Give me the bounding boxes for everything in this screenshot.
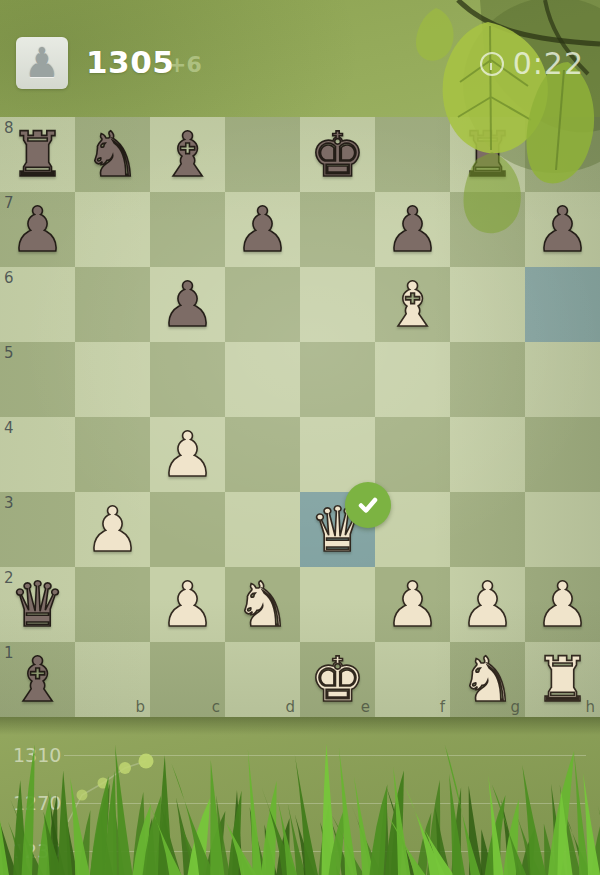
clock-time: 0:22 <box>513 46 584 81</box>
board-square-d5[interactable] <box>225 342 300 417</box>
board-square-d2[interactable]: ♞ <box>225 567 300 642</box>
board-square-d4[interactable] <box>225 417 300 492</box>
board-square-b4[interactable] <box>75 417 150 492</box>
rank-label-6: 6 <box>4 269 14 287</box>
board-square-g3[interactable] <box>450 492 525 567</box>
board-square-c8[interactable]: ♝ <box>150 117 225 192</box>
player-rating: 1305 <box>86 44 174 80</box>
board-square-c2[interactable]: ♟ <box>150 567 225 642</box>
piece-black-king[interactable]: ♚ <box>300 117 375 192</box>
rank-label-7: 7 <box>4 194 14 212</box>
board-square-g5[interactable] <box>450 342 525 417</box>
board-square-h2[interactable]: ♟ <box>525 567 600 642</box>
rating-point <box>77 790 88 801</box>
board-square-h7[interactable]: ♟ <box>525 192 600 267</box>
player-avatar[interactable]: ♟ <box>16 37 68 89</box>
piece-white-bishop[interactable]: ♝ <box>375 267 450 342</box>
piece-white-pawn[interactable]: ♟ <box>525 567 600 642</box>
board-square-a4[interactable]: 4 <box>0 417 75 492</box>
piece-black-pawn[interactable]: ♟ <box>150 267 225 342</box>
piece-white-pawn[interactable]: ♟ <box>150 417 225 492</box>
board-square-f6[interactable]: ♝ <box>375 267 450 342</box>
board-square-g2[interactable]: ♟ <box>450 567 525 642</box>
rank-label-1: 1 <box>4 644 14 662</box>
board-square-g4[interactable] <box>450 417 525 492</box>
board-square-f7[interactable]: ♟ <box>375 192 450 267</box>
board-square-a7[interactable]: 7♟ <box>0 192 75 267</box>
piece-black-knight[interactable]: ♞ <box>75 117 150 192</box>
file-label-d: d <box>285 698 295 716</box>
piece-black-rook[interactable]: ♜ <box>450 117 525 192</box>
rating-graph: 1310 1270 1230 <box>0 717 600 875</box>
chess-app-screen: 1310 1270 1230 8♜♞♝♚♜7♟♟♟♟6♟♝54♟3♟♛2♛♟♞♟… <box>0 0 600 875</box>
board-square-f5[interactable] <box>375 342 450 417</box>
top-bar: ♟ 1305 +6 0:22 <box>0 0 600 117</box>
board-square-b2[interactable] <box>75 567 150 642</box>
board-square-d1[interactable]: d <box>225 642 300 717</box>
board-square-f8[interactable] <box>375 117 450 192</box>
rating-trend-line <box>0 717 600 875</box>
rank-label-3: 3 <box>4 494 14 512</box>
board-square-f1[interactable]: f <box>375 642 450 717</box>
board-square-e2[interactable] <box>300 567 375 642</box>
piece-white-pawn[interactable]: ♟ <box>450 567 525 642</box>
board-square-e4[interactable] <box>300 417 375 492</box>
board-square-b3[interactable]: ♟ <box>75 492 150 567</box>
board-square-c7[interactable] <box>150 192 225 267</box>
board-square-a5[interactable]: 5 <box>0 342 75 417</box>
file-label-g: g <box>510 698 520 716</box>
rank-label-8: 8 <box>4 119 14 137</box>
checkmark-icon <box>355 492 381 518</box>
board-square-g7[interactable] <box>450 192 525 267</box>
piece-white-knight[interactable]: ♞ <box>225 567 300 642</box>
board-square-g1[interactable]: g♞ <box>450 642 525 717</box>
board-square-d8[interactable] <box>225 117 300 192</box>
board-square-b7[interactable] <box>75 192 150 267</box>
board-square-e5[interactable] <box>300 342 375 417</box>
board-square-g6[interactable] <box>450 267 525 342</box>
pawn-avatar-icon: ♟ <box>24 43 60 83</box>
board-square-g8[interactable]: ♜ <box>450 117 525 192</box>
board-square-a8[interactable]: 8♜ <box>0 117 75 192</box>
file-label-e: e <box>361 698 370 716</box>
board-square-b5[interactable] <box>75 342 150 417</box>
piece-black-pawn[interactable]: ♟ <box>525 192 600 267</box>
rating-point <box>139 754 154 769</box>
piece-black-pawn[interactable]: ♟ <box>375 192 450 267</box>
board-square-d7[interactable]: ♟ <box>225 192 300 267</box>
rating-delta: +6 <box>168 52 202 77</box>
piece-white-pawn[interactable]: ♟ <box>375 567 450 642</box>
move-confirmed-badge <box>345 482 391 528</box>
board-square-b1[interactable]: b <box>75 642 150 717</box>
rating-point <box>98 778 109 789</box>
board-square-a6[interactable]: 6 <box>0 267 75 342</box>
board-square-b8[interactable]: ♞ <box>75 117 150 192</box>
board-square-h3[interactable] <box>525 492 600 567</box>
board-square-c1[interactable]: c <box>150 642 225 717</box>
board-square-e6[interactable] <box>300 267 375 342</box>
board-square-d3[interactable] <box>225 492 300 567</box>
board-square-e8[interactable]: ♚ <box>300 117 375 192</box>
piece-white-pawn[interactable]: ♟ <box>150 567 225 642</box>
board-square-h8[interactable] <box>525 117 600 192</box>
board-square-h6[interactable] <box>525 267 600 342</box>
rank-label-4: 4 <box>4 419 14 437</box>
board-square-e1[interactable]: e♚ <box>300 642 375 717</box>
piece-black-pawn[interactable]: ♟ <box>225 192 300 267</box>
file-label-b: b <box>135 698 145 716</box>
board-square-a2[interactable]: 2♛ <box>0 567 75 642</box>
board-square-c4[interactable]: ♟ <box>150 417 225 492</box>
board-square-c6[interactable]: ♟ <box>150 267 225 342</box>
chess-board[interactable]: 8♜♞♝♚♜7♟♟♟♟6♟♝54♟3♟♛2♛♟♞♟♟♟1♝bcde♚fg♞h♜ <box>0 117 600 717</box>
board-square-a3[interactable]: 3 <box>0 492 75 567</box>
file-label-f: f <box>440 698 445 716</box>
rank-label-2: 2 <box>4 569 14 587</box>
piece-white-pawn[interactable]: ♟ <box>75 492 150 567</box>
board-square-h1[interactable]: h♜ <box>525 642 600 717</box>
board-square-d6[interactable] <box>225 267 300 342</box>
file-label-h: h <box>585 698 595 716</box>
board-square-c5[interactable] <box>150 342 225 417</box>
timer-icon <box>480 52 504 76</box>
board-square-c3[interactable] <box>150 492 225 567</box>
piece-black-bishop[interactable]: ♝ <box>150 117 225 192</box>
board-square-f2[interactable]: ♟ <box>375 567 450 642</box>
board-square-b6[interactable] <box>75 267 150 342</box>
board-square-e7[interactable] <box>300 192 375 267</box>
rating-point <box>119 762 131 774</box>
board-square-f4[interactable] <box>375 417 450 492</box>
board-square-a1[interactable]: 1♝ <box>0 642 75 717</box>
file-label-c: c <box>212 698 220 716</box>
game-clock: 0:22 <box>480 46 584 81</box>
rank-label-5: 5 <box>4 344 14 362</box>
board-square-h4[interactable] <box>525 417 600 492</box>
board-square-h5[interactable] <box>525 342 600 417</box>
